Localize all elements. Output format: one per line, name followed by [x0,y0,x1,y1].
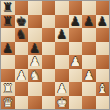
square-a4[interactable] [1,55,15,69]
piece-bp-h7: ♟ [97,14,108,27]
piece-br-a7: ♜ [2,14,13,27]
square-b2[interactable] [15,82,29,96]
square-f5[interactable] [69,42,83,56]
square-a5[interactable]: ♟ [1,42,15,56]
piece-bp-f7: ♟ [70,14,81,27]
square-a8[interactable]: ♜ [1,1,15,15]
square-f2[interactable] [69,82,83,96]
piece-bp-g7: ♟ [83,14,94,27]
piece-wp-e2: ♟ [56,82,67,95]
square-e6[interactable]: ♟ [55,28,69,42]
square-c2[interactable] [28,82,42,96]
piece-br-a8: ♜ [2,1,13,14]
square-b4[interactable] [15,55,29,69]
square-g5[interactable] [82,42,96,56]
square-a6[interactable] [1,28,15,42]
piece-wp-c4: ♟ [29,55,40,68]
square-f8[interactable] [69,1,83,15]
square-f3[interactable] [69,69,83,83]
square-g4[interactable] [82,55,96,69]
square-h1[interactable] [96,96,110,110]
square-h5[interactable] [96,42,110,56]
square-f6[interactable] [69,28,83,42]
square-c8[interactable] [28,1,42,15]
square-f7[interactable]: ♟ [69,15,83,29]
piece-bp-c5: ♟ [29,41,40,54]
piece-bp-e6: ♟ [56,28,67,41]
square-c6[interactable] [28,28,42,42]
square-g7[interactable]: ♟ [82,15,96,29]
piece-wp-g3: ♟ [83,68,94,81]
piece-wp-f4: ♟ [70,55,81,68]
piece-wr-a2: ♜ [2,82,13,95]
square-b8[interactable] [15,1,29,15]
square-h6[interactable] [96,28,110,42]
chess-board: ♜♜♚♟♟♟♞♟♟♟♟♟♟♞♟♜♟♝♛♚ [0,0,110,110]
piece-wb-h2: ♝ [97,82,108,95]
square-d1[interactable] [42,96,56,110]
square-b7[interactable]: ♚ [15,15,29,29]
square-e4[interactable] [55,55,69,69]
square-d5[interactable] [42,42,56,56]
square-d4[interactable] [42,55,56,69]
square-h3[interactable] [96,69,110,83]
square-a2[interactable]: ♜ [1,82,15,96]
square-c3[interactable]: ♞ [28,69,42,83]
square-b6[interactable]: ♞ [15,28,29,42]
square-h2[interactable]: ♝ [96,82,110,96]
square-b3[interactable]: ♟ [15,69,29,83]
piece-bp-a5: ♟ [2,41,13,54]
square-e7[interactable] [55,15,69,29]
square-h8[interactable] [96,1,110,15]
piece-wn-c3: ♞ [29,68,40,81]
square-f4[interactable]: ♟ [69,55,83,69]
square-c5[interactable]: ♟ [28,42,42,56]
piece-bk-b7: ♚ [16,14,27,27]
square-c4[interactable]: ♟ [28,55,42,69]
square-g2[interactable] [82,82,96,96]
piece-wq-a1: ♛ [2,95,13,108]
square-g6[interactable] [82,28,96,42]
square-e1[interactable]: ♚ [55,96,69,110]
square-d7[interactable] [42,15,56,29]
square-h4[interactable] [96,55,110,69]
square-a7[interactable]: ♜ [1,15,15,29]
square-g8[interactable] [82,1,96,15]
square-e5[interactable] [55,42,69,56]
square-g3[interactable]: ♟ [82,69,96,83]
square-g1[interactable] [82,96,96,110]
square-d6[interactable] [42,28,56,42]
piece-wp-b3: ♟ [16,68,27,81]
square-e8[interactable] [55,1,69,15]
square-e2[interactable]: ♟ [55,82,69,96]
square-b5[interactable] [15,42,29,56]
square-h7[interactable]: ♟ [96,15,110,29]
piece-wk-e1: ♚ [56,95,67,108]
square-e3[interactable] [55,69,69,83]
square-d3[interactable] [42,69,56,83]
square-c1[interactable] [28,96,42,110]
square-b1[interactable] [15,96,29,110]
piece-bn-b6: ♞ [16,28,27,41]
square-d2[interactable] [42,82,56,96]
square-a3[interactable] [1,69,15,83]
square-f1[interactable] [69,96,83,110]
square-c7[interactable] [28,15,42,29]
square-a1[interactable]: ♛ [1,96,15,110]
square-d8[interactable] [42,1,56,15]
